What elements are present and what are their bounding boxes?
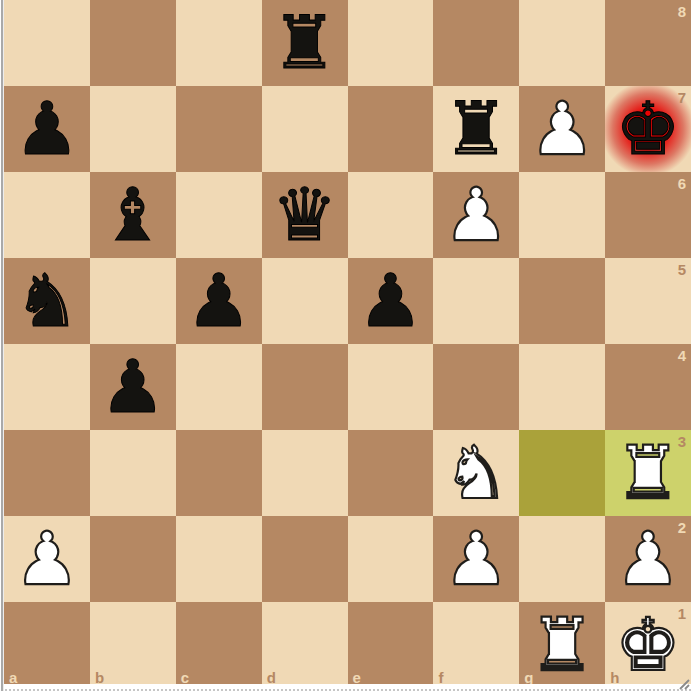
square-b4[interactable]: ♟ [90, 344, 176, 430]
black-pawn[interactable]: ♟ [14, 86, 79, 172]
square-h7[interactable]: ♚7 [605, 86, 691, 172]
black-rook[interactable]: ♜ [272, 0, 337, 86]
file-label-a: a [9, 670, 17, 685]
square-c5[interactable]: ♟ [176, 258, 262, 344]
square-a5[interactable]: ♞ [4, 258, 90, 344]
file-label-d: d [267, 670, 276, 685]
square-g4[interactable] [519, 344, 605, 430]
square-a7[interactable]: ♟ [4, 86, 90, 172]
window-left-edge [0, 0, 4, 691]
square-g2[interactable] [519, 516, 605, 602]
white-pawn[interactable]: ♟ [529, 86, 594, 172]
file-label-e: e [353, 670, 361, 685]
square-a8[interactable] [4, 0, 90, 86]
black-queen[interactable]: ♛ [272, 172, 337, 258]
white-pawn[interactable]: ♟ [615, 516, 680, 602]
square-h3[interactable]: ♜3 [605, 430, 691, 516]
window-bottom-edge [0, 684, 691, 691]
square-a1[interactable]: a [4, 602, 90, 688]
square-b5[interactable] [90, 258, 176, 344]
square-h8[interactable]: 8 [605, 0, 691, 86]
rank-label-6: 6 [678, 176, 686, 191]
square-f5[interactable] [433, 258, 519, 344]
square-d7[interactable] [262, 86, 348, 172]
chess-app-window: ♜8♟♜♟♚7♝♛♟6♞♟♟5♟4♞♜3♟♟♟2abcdef♜g♚1h [0, 0, 691, 691]
square-e8[interactable] [348, 0, 434, 86]
square-b1[interactable]: b [90, 602, 176, 688]
rank-label-5: 5 [678, 262, 686, 277]
rank-label-4: 4 [678, 348, 686, 363]
square-c1[interactable]: c [176, 602, 262, 688]
white-rook[interactable]: ♜ [615, 430, 680, 516]
square-h4[interactable]: 4 [605, 344, 691, 430]
white-pawn[interactable]: ♟ [444, 172, 509, 258]
square-g3[interactable] [519, 430, 605, 516]
black-king[interactable]: ♚ [615, 86, 680, 172]
rank-label-8: 8 [678, 4, 686, 19]
file-label-b: b [95, 670, 104, 685]
chess-board[interactable]: ♜8♟♜♟♚7♝♛♟6♞♟♟5♟4♞♜3♟♟♟2abcdef♜g♚1h [4, 0, 691, 684]
square-e4[interactable] [348, 344, 434, 430]
square-f4[interactable] [433, 344, 519, 430]
white-pawn[interactable]: ♟ [14, 516, 79, 602]
square-a3[interactable] [4, 430, 90, 516]
square-g8[interactable] [519, 0, 605, 86]
square-e1[interactable]: e [348, 602, 434, 688]
square-e5[interactable]: ♟ [348, 258, 434, 344]
square-h5[interactable]: 5 [605, 258, 691, 344]
square-h6[interactable]: 6 [605, 172, 691, 258]
square-d6[interactable]: ♛ [262, 172, 348, 258]
square-d3[interactable] [262, 430, 348, 516]
square-f3[interactable]: ♞ [433, 430, 519, 516]
black-pawn[interactable]: ♟ [100, 344, 165, 430]
square-d4[interactable] [262, 344, 348, 430]
square-c3[interactable] [176, 430, 262, 516]
file-label-c: c [181, 670, 189, 685]
square-f7[interactable]: ♜ [433, 86, 519, 172]
white-pawn[interactable]: ♟ [444, 516, 509, 602]
black-knight[interactable]: ♞ [14, 258, 79, 344]
square-c8[interactable] [176, 0, 262, 86]
square-e2[interactable] [348, 516, 434, 602]
file-label-f: f [438, 670, 443, 685]
square-a2[interactable]: ♟ [4, 516, 90, 602]
square-f6[interactable]: ♟ [433, 172, 519, 258]
square-e6[interactable] [348, 172, 434, 258]
white-rook[interactable]: ♜ [529, 602, 594, 688]
square-g1[interactable]: ♜g [519, 602, 605, 688]
square-f8[interactable] [433, 0, 519, 86]
black-rook[interactable]: ♜ [444, 86, 509, 172]
square-d8[interactable]: ♜ [262, 0, 348, 86]
square-b8[interactable] [90, 0, 176, 86]
square-b3[interactable] [90, 430, 176, 516]
square-f1[interactable]: f [433, 602, 519, 688]
square-e3[interactable] [348, 430, 434, 516]
square-g5[interactable] [519, 258, 605, 344]
square-b2[interactable] [90, 516, 176, 602]
square-c2[interactable] [176, 516, 262, 602]
square-c7[interactable] [176, 86, 262, 172]
black-bishop[interactable]: ♝ [100, 172, 165, 258]
square-h2[interactable]: ♟2 [605, 516, 691, 602]
square-a6[interactable] [4, 172, 90, 258]
square-e7[interactable] [348, 86, 434, 172]
square-b6[interactable]: ♝ [90, 172, 176, 258]
square-b7[interactable] [90, 86, 176, 172]
square-d2[interactable] [262, 516, 348, 602]
white-knight[interactable]: ♞ [444, 430, 509, 516]
black-pawn[interactable]: ♟ [186, 258, 251, 344]
white-king[interactable]: ♚ [615, 602, 680, 688]
square-g7[interactable]: ♟ [519, 86, 605, 172]
square-d1[interactable]: d [262, 602, 348, 688]
square-d5[interactable] [262, 258, 348, 344]
black-pawn[interactable]: ♟ [358, 258, 423, 344]
square-c4[interactable] [176, 344, 262, 430]
square-f2[interactable]: ♟ [433, 516, 519, 602]
square-c6[interactable] [176, 172, 262, 258]
square-g6[interactable] [519, 172, 605, 258]
resize-handle[interactable] [676, 676, 690, 690]
square-a4[interactable] [4, 344, 90, 430]
